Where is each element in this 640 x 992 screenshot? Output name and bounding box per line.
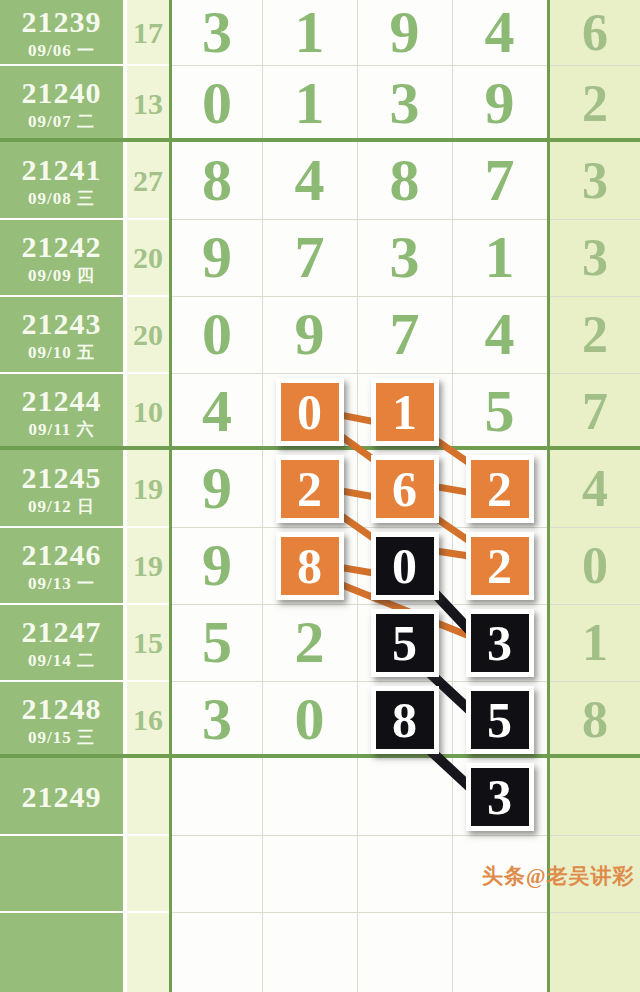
extra-digit-cell: 2 (550, 65, 640, 142)
issue-cell: 2124209/09 四 (0, 219, 123, 296)
digit-cell: 1 (452, 219, 547, 296)
sum-cell: 19 (127, 527, 169, 604)
digit-cell: 9 (262, 296, 357, 373)
digit-cell: 9 (357, 0, 452, 65)
issue-cell: 2124309/10 五 (0, 296, 123, 373)
issue-cell: 2124409/11 六 (0, 373, 123, 450)
draw-date-label: 09/10 五 (28, 344, 95, 361)
black-marked-digit-cell: 3 (466, 609, 534, 677)
issue-cell: 2124109/08 三 (0, 142, 123, 219)
digit-cell: 4 (172, 373, 262, 450)
draw-date-label: 09/07 二 (28, 113, 95, 130)
digit-cell: 7 (262, 219, 357, 296)
digit-cell: 0 (172, 65, 262, 142)
sum-cell: 17 (127, 0, 169, 65)
issue-cell: 21249 (0, 758, 123, 835)
digit-cell: 9 (172, 219, 262, 296)
black-marked-digit-cell: 5 (371, 609, 439, 677)
issue-number: 21243 (22, 309, 102, 339)
draw-date-label: 09/06 一 (28, 42, 95, 59)
extra-digit-cell: 3 (550, 142, 640, 219)
sum-cell: 15 (127, 604, 169, 681)
black-marked-digit-cell: 3 (466, 763, 534, 831)
orange-marked-digit-cell: 8 (276, 532, 344, 600)
digit-cell: 9 (452, 65, 547, 142)
orange-marked-digit-cell: 2 (466, 455, 534, 523)
digit-cell: 4 (452, 296, 547, 373)
digit-cell: 9 (172, 527, 262, 604)
draw-date-label: 09/11 六 (28, 421, 94, 438)
draw-date-label: 09/14 二 (28, 652, 95, 669)
digit-cell: 0 (172, 296, 262, 373)
black-marked-digit-cell: 5 (466, 686, 534, 754)
draw-date-label: 09/08 三 (28, 190, 95, 207)
row-grid-line (172, 835, 640, 836)
draw-date-label: 09/15 三 (28, 729, 95, 746)
black-marked-digit-cell: 8 (371, 686, 439, 754)
sum-cell: 16 (127, 681, 169, 758)
row-separator-white (0, 911, 169, 913)
digit-cell: 4 (452, 0, 547, 65)
issue-cell: 2124709/14 二 (0, 604, 123, 681)
extra-digit-cell: 8 (550, 681, 640, 758)
issue-number: 21245 (22, 463, 102, 493)
digit-cell: 8 (357, 142, 452, 219)
orange-marked-digit-cell: 2 (466, 532, 534, 600)
orange-marked-digit-cell: 2 (276, 455, 344, 523)
draw-date-label: 09/09 四 (28, 267, 95, 284)
orange-marked-digit-cell: 1 (371, 378, 439, 446)
sum-cell: 19 (127, 450, 169, 527)
digit-cell: 2 (262, 604, 357, 681)
issue-number: 21246 (22, 540, 102, 570)
extra-digit-cell: 3 (550, 219, 640, 296)
orange-marked-digit-cell: 0 (276, 378, 344, 446)
issue-number: 21248 (22, 694, 102, 724)
issue-number: 21240 (22, 78, 102, 108)
issue-cell: 2124009/07 二 (0, 65, 123, 142)
sum-cell: 13 (127, 65, 169, 142)
trend-chart-board: 2123909/06 一17319462124009/07 二130139221… (0, 0, 640, 992)
digit-cell: 1 (262, 0, 357, 65)
digit-cell: 7 (452, 142, 547, 219)
digit-cell: 3 (357, 65, 452, 142)
issue-number: 21242 (22, 232, 102, 262)
extra-digit-cell: 2 (550, 296, 640, 373)
digit-cell: 1 (262, 65, 357, 142)
digit-cell: 5 (452, 373, 547, 450)
issue-cell: 2124609/13 一 (0, 527, 123, 604)
issue-cell: 2123909/06 一 (0, 0, 123, 65)
orange-marked-digit-cell: 6 (371, 455, 439, 523)
extra-digit-cell: 0 (550, 527, 640, 604)
draw-date-label: 09/13 一 (28, 575, 95, 592)
sum-cell: 27 (127, 142, 169, 219)
digit-cell: 4 (262, 142, 357, 219)
extra-digit-cell: 4 (550, 450, 640, 527)
black-marked-digit-cell: 0 (371, 532, 439, 600)
issue-cell: 2124509/12 日 (0, 450, 123, 527)
issue-number: 21241 (22, 155, 102, 185)
issue-number: 21244 (22, 386, 102, 416)
row-grid-line (172, 912, 640, 913)
extra-digit-cell: 6 (550, 0, 640, 65)
digit-cell: 3 (357, 219, 452, 296)
issue-number: 21247 (22, 617, 102, 647)
issue-number: 21249 (22, 782, 102, 812)
watermark: 头条@老吴讲彩 (482, 862, 635, 890)
digit-cell: 3 (172, 681, 262, 758)
digit-cell: 9 (172, 450, 262, 527)
sum-cell: 10 (127, 373, 169, 450)
digit-cell: 8 (172, 142, 262, 219)
extra-digit-cell: 1 (550, 604, 640, 681)
sum-cell: 20 (127, 296, 169, 373)
extra-digit-cell: 7 (550, 373, 640, 450)
draw-date-label: 09/12 日 (28, 498, 95, 515)
issue-cell: 2124809/15 三 (0, 681, 123, 758)
digit-cell: 3 (172, 0, 262, 65)
digit-cell: 5 (172, 604, 262, 681)
digit-cell: 0 (262, 681, 357, 758)
sum-cell: 20 (127, 219, 169, 296)
digit-cell: 7 (357, 296, 452, 373)
issue-number: 21239 (22, 7, 102, 37)
